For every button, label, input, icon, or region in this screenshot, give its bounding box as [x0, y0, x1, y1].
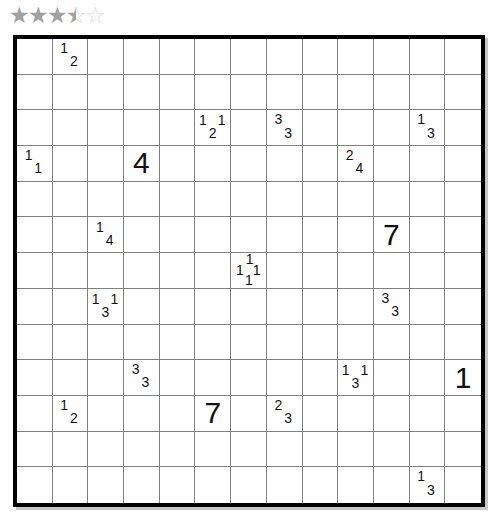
cell-r1c9[interactable] [338, 75, 374, 111]
cell-r8c4[interactable] [160, 325, 196, 361]
cell-r2c0[interactable] [17, 110, 53, 146]
cell-r10c11[interactable] [410, 396, 446, 432]
cell-r7c3[interactable] [124, 289, 160, 325]
clue-digit: 1 [199, 113, 207, 127]
cell-r1c0[interactable] [17, 75, 53, 111]
cell-r1c2[interactable] [88, 75, 124, 111]
cell-r11c5[interactable] [195, 432, 231, 468]
clue-digit: 4 [356, 161, 364, 175]
clue-cell-r2c5: 121 [195, 110, 231, 146]
cell-r1c5[interactable] [195, 75, 231, 111]
cell-r2c4[interactable] [160, 110, 196, 146]
cell-r0c3[interactable] [124, 39, 160, 75]
tapa-puzzle-page: ★★★☆★☆ 121213313114241471111131333313111… [0, 0, 500, 520]
cell-r4c0[interactable] [17, 182, 53, 218]
cell-r12c5[interactable] [195, 467, 231, 503]
cell-r4c1[interactable] [53, 182, 89, 218]
cell-r8c6[interactable] [231, 325, 267, 361]
clue-digit: 3 [427, 126, 435, 140]
clue-cell-r12c11: 13 [410, 467, 446, 503]
cell-r6c2[interactable] [88, 253, 124, 289]
cell-r6c1[interactable] [53, 253, 89, 289]
cell-r7c0[interactable] [17, 289, 53, 325]
cell-r12c6[interactable] [231, 467, 267, 503]
clue-digit: 4 [106, 233, 114, 247]
clue-cell-r3c3: 4 [124, 146, 160, 182]
cell-r7c11[interactable] [410, 289, 446, 325]
cell-r4c2[interactable] [88, 182, 124, 218]
cell-r8c0[interactable] [17, 325, 53, 361]
clue-digit: 3 [132, 362, 140, 376]
cell-r10c12[interactable] [445, 396, 481, 432]
clue-digit: 3 [382, 291, 390, 305]
cell-r9c6[interactable] [231, 360, 267, 396]
cell-r1c4[interactable] [160, 75, 196, 111]
cell-r5c4[interactable] [160, 217, 196, 253]
cell-r2c8[interactable] [303, 110, 339, 146]
clue-cell-r10c7: 23 [267, 396, 303, 432]
cell-r12c2[interactable] [88, 467, 124, 503]
clue-digit: 1 [253, 263, 261, 277]
clue-digit: 4 [133, 148, 150, 178]
cell-r10c6[interactable] [231, 396, 267, 432]
clue-digit: 7 [383, 220, 400, 250]
cell-r0c7[interactable] [267, 39, 303, 75]
clue-digit: 1 [34, 161, 42, 175]
clue-digit: 7 [204, 398, 221, 428]
cell-r11c3[interactable] [124, 432, 160, 468]
cell-r7c9[interactable] [338, 289, 374, 325]
clue-cell-r7c10: 33 [374, 289, 410, 325]
clue-cell-r10c1: 12 [53, 396, 89, 432]
cell-r8c11[interactable] [410, 325, 446, 361]
cell-r3c6[interactable] [231, 146, 267, 182]
cell-r9c1[interactable] [53, 360, 89, 396]
cell-r11c11[interactable] [410, 432, 446, 468]
clue-cell-r0c1: 12 [53, 39, 89, 75]
cell-r6c7[interactable] [267, 253, 303, 289]
cell-r0c5[interactable] [195, 39, 231, 75]
clue-digit: 3 [284, 126, 292, 140]
cell-r9c2[interactable] [88, 360, 124, 396]
clue-digit: 1 [60, 41, 68, 55]
clue-cell-r3c9: 24 [338, 146, 374, 182]
clue-cell-r7c2: 131 [88, 289, 124, 325]
cell-r4c4[interactable] [160, 182, 196, 218]
cell-r6c12[interactable] [445, 253, 481, 289]
cell-r4c12[interactable] [445, 182, 481, 218]
cell-r1c12[interactable] [445, 75, 481, 111]
cell-r12c12[interactable] [445, 467, 481, 503]
cell-r11c1[interactable] [53, 432, 89, 468]
cell-r4c11[interactable] [410, 182, 446, 218]
cell-r7c7[interactable] [267, 289, 303, 325]
cell-r12c7[interactable] [267, 467, 303, 503]
cell-r9c11[interactable] [410, 360, 446, 396]
cell-r4c8[interactable] [303, 182, 339, 218]
cell-r8c7[interactable] [267, 325, 303, 361]
cell-r7c12[interactable] [445, 289, 481, 325]
cell-r8c10[interactable] [374, 325, 410, 361]
clue-digit: 1 [96, 220, 104, 234]
cell-r5c9[interactable] [338, 217, 374, 253]
cell-r6c9[interactable] [338, 253, 374, 289]
cell-r8c3[interactable] [124, 325, 160, 361]
cell-r5c8[interactable] [303, 217, 339, 253]
cell-r11c8[interactable] [303, 432, 339, 468]
clue-cell-r5c10: 7 [374, 217, 410, 253]
cell-r7c4[interactable] [160, 289, 196, 325]
cell-r12c9[interactable] [338, 467, 374, 503]
cell-r4c10[interactable] [374, 182, 410, 218]
cell-r2c10[interactable] [374, 110, 410, 146]
star-half-icon: ☆★ [66, 2, 85, 28]
clue-digit: 1 [25, 148, 33, 162]
cell-r7c8[interactable] [303, 289, 339, 325]
clue-cell-r9c3: 33 [124, 360, 160, 396]
clue-digit: 1 [342, 363, 350, 377]
cell-r0c11[interactable] [410, 39, 446, 75]
star-filled-icon: ★ [47, 2, 66, 28]
cell-r6c8[interactable] [303, 253, 339, 289]
cell-r12c8[interactable] [303, 467, 339, 503]
cell-r6c10[interactable] [374, 253, 410, 289]
clue-digit: 1 [60, 398, 68, 412]
cell-r2c1[interactable] [53, 110, 89, 146]
cell-r4c6[interactable] [231, 182, 267, 218]
cell-r1c8[interactable] [303, 75, 339, 111]
cell-r11c2[interactable] [88, 432, 124, 468]
cell-r11c12[interactable] [445, 432, 481, 468]
cell-r3c7[interactable] [267, 146, 303, 182]
cell-r7c6[interactable] [231, 289, 267, 325]
cell-r10c3[interactable] [124, 396, 160, 432]
cell-r1c1[interactable] [53, 75, 89, 111]
clue-digit: 1 [417, 112, 425, 126]
clue-digit: 2 [70, 411, 78, 425]
clue-digit: 1 [92, 292, 100, 306]
cell-r8c8[interactable] [303, 325, 339, 361]
cell-r3c2[interactable] [88, 146, 124, 182]
star-filled-icon: ★ [28, 2, 47, 28]
difficulty-rating: ★★★☆★☆ [9, 1, 104, 29]
cell-r7c1[interactable] [53, 289, 89, 325]
cell-r10c0[interactable] [17, 396, 53, 432]
clue-digit: 3 [102, 305, 110, 319]
cell-r11c6[interactable] [231, 432, 267, 468]
cell-r5c11[interactable] [410, 217, 446, 253]
cell-r5c5[interactable] [195, 217, 231, 253]
clue-digit: 2 [274, 398, 282, 412]
cell-r5c6[interactable] [231, 217, 267, 253]
cell-r1c10[interactable] [374, 75, 410, 111]
cell-r3c12[interactable] [445, 146, 481, 182]
cell-r3c5[interactable] [195, 146, 231, 182]
cell-r0c9[interactable] [338, 39, 374, 75]
cell-r5c1[interactable] [53, 217, 89, 253]
cell-r5c12[interactable] [445, 217, 481, 253]
star-empty-icon: ☆ [85, 2, 104, 28]
clue-digit: 1 [236, 263, 244, 277]
cell-r10c10[interactable] [374, 396, 410, 432]
cell-r12c0[interactable] [17, 467, 53, 503]
star-filled-icon: ★ [9, 2, 28, 28]
cell-r3c4[interactable] [160, 146, 196, 182]
cell-r9c10[interactable] [374, 360, 410, 396]
cell-r2c6[interactable] [231, 110, 267, 146]
clue-cell-r2c7: 33 [267, 110, 303, 146]
cell-r11c9[interactable] [338, 432, 374, 468]
clue-cell-r10c5: 7 [195, 396, 231, 432]
cell-r4c3[interactable] [124, 182, 160, 218]
clue-digit: 2 [70, 54, 78, 68]
clue-digit: 3 [351, 376, 359, 390]
cell-r11c7[interactable] [267, 432, 303, 468]
cell-r8c5[interactable] [195, 325, 231, 361]
cell-r0c2[interactable] [88, 39, 124, 75]
cell-r5c3[interactable] [124, 217, 160, 253]
clue-cell-r2c11: 13 [410, 110, 446, 146]
cell-r5c7[interactable] [267, 217, 303, 253]
clue-digit: 3 [274, 112, 282, 126]
cell-r2c2[interactable] [88, 110, 124, 146]
cell-r12c3[interactable] [124, 467, 160, 503]
cell-r9c5[interactable] [195, 360, 231, 396]
cell-r3c8[interactable] [303, 146, 339, 182]
cell-r7c5[interactable] [195, 289, 231, 325]
cell-r3c10[interactable] [374, 146, 410, 182]
clue-digit: 3 [427, 483, 435, 497]
cell-r10c9[interactable] [338, 396, 374, 432]
cell-r0c4[interactable] [160, 39, 196, 75]
cell-r0c8[interactable] [303, 39, 339, 75]
clue-digit: 3 [391, 304, 399, 318]
cell-r6c3[interactable] [124, 253, 160, 289]
cell-r12c10[interactable] [374, 467, 410, 503]
clue-digit: 1 [245, 273, 253, 287]
clue-digit: 1 [360, 363, 368, 377]
cell-r3c1[interactable] [53, 146, 89, 182]
cell-r6c0[interactable] [17, 253, 53, 289]
cell-r4c7[interactable] [267, 182, 303, 218]
cell-r12c4[interactable] [160, 467, 196, 503]
tapa-grid: 121213313114241471111131333313111272313 [17, 39, 481, 503]
cell-r9c0[interactable] [17, 360, 53, 396]
cell-r1c6[interactable] [231, 75, 267, 111]
cell-r9c8[interactable] [303, 360, 339, 396]
cell-r1c11[interactable] [410, 75, 446, 111]
clue-cell-r9c12: 1 [445, 360, 481, 396]
clue-cell-r5c2: 14 [88, 217, 124, 253]
cell-r2c3[interactable] [124, 110, 160, 146]
cell-r1c7[interactable] [267, 75, 303, 111]
clue-cell-r3c0: 11 [17, 146, 53, 182]
cell-r11c10[interactable] [374, 432, 410, 468]
cell-r8c12[interactable] [445, 325, 481, 361]
clue-digit: 1 [417, 469, 425, 483]
cell-r11c0[interactable] [17, 432, 53, 468]
clue-digit: 2 [209, 126, 217, 140]
cell-r2c12[interactable] [445, 110, 481, 146]
cell-r3c11[interactable] [410, 146, 446, 182]
cell-r8c2[interactable] [88, 325, 124, 361]
clue-digit: 1 [111, 292, 119, 306]
clue-digit: 3 [284, 411, 292, 425]
cell-r12c1[interactable] [53, 467, 89, 503]
cell-r4c9[interactable] [338, 182, 374, 218]
cell-r0c10[interactable] [374, 39, 410, 75]
tapa-board: 121213313114241471111131333313111272313 [13, 35, 485, 507]
cell-r0c12[interactable] [445, 39, 481, 75]
clue-digit: 3 [141, 375, 149, 389]
clue-digit: 1 [218, 113, 226, 127]
cell-r10c2[interactable] [88, 396, 124, 432]
cell-r6c4[interactable] [160, 253, 196, 289]
cell-r0c0[interactable] [17, 39, 53, 75]
clue-digit: 1 [455, 363, 472, 393]
clue-cell-r6c6: 1111 [231, 253, 267, 289]
cell-r2c9[interactable] [338, 110, 374, 146]
cell-r6c5[interactable] [195, 253, 231, 289]
cell-r0c6[interactable] [231, 39, 267, 75]
cell-r8c1[interactable] [53, 325, 89, 361]
cell-r10c8[interactable] [303, 396, 339, 432]
cell-r5c0[interactable] [17, 217, 53, 253]
cell-r10c4[interactable] [160, 396, 196, 432]
cell-r9c4[interactable] [160, 360, 196, 396]
clue-digit: 2 [346, 148, 354, 162]
cell-r6c11[interactable] [410, 253, 446, 289]
cell-r1c3[interactable] [124, 75, 160, 111]
cell-r4c5[interactable] [195, 182, 231, 218]
clue-cell-r9c9: 131 [338, 360, 374, 396]
cell-r8c9[interactable] [338, 325, 374, 361]
cell-r11c4[interactable] [160, 432, 196, 468]
cell-r9c7[interactable] [267, 360, 303, 396]
